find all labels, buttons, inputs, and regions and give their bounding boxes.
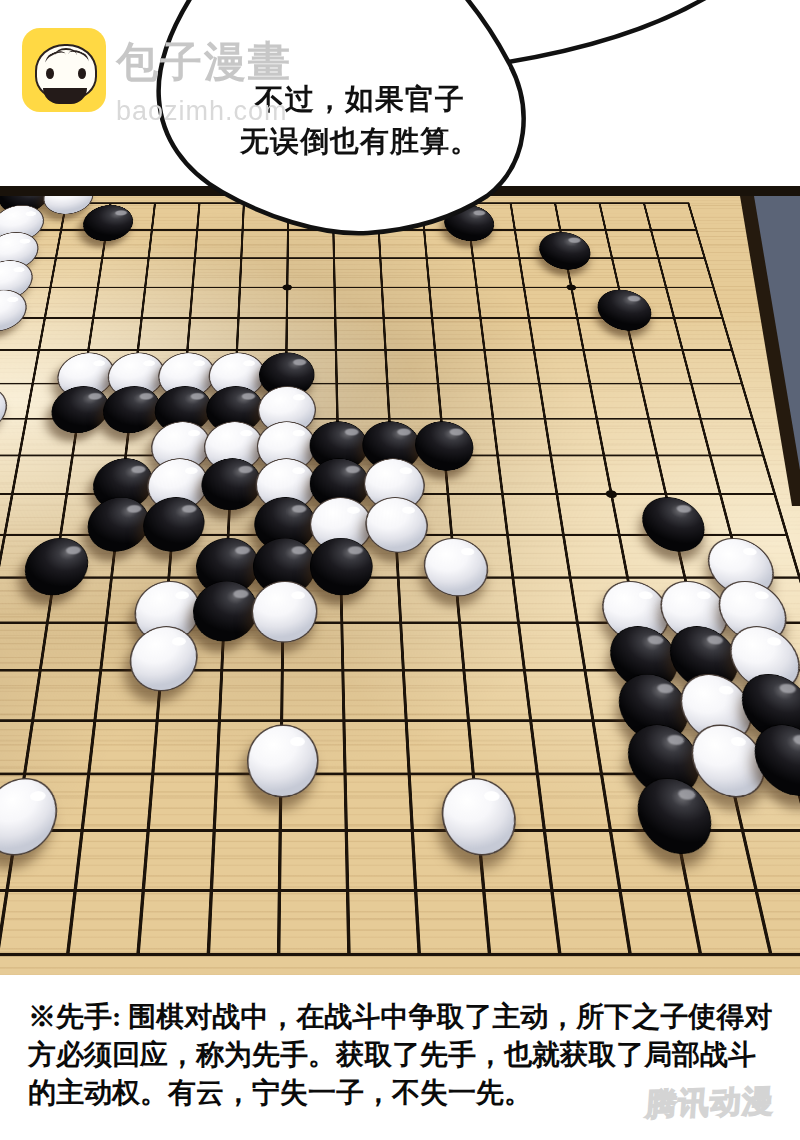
comic-page: { "game": "go", "header": { "logo": { "t… [0, 0, 800, 1140]
baozi-logo-icon[interactable] [22, 28, 106, 112]
board-far-edge [0, 186, 800, 196]
logo-subtitle: baozimh.com [116, 96, 292, 127]
bun-mouth [43, 88, 87, 104]
star-point [282, 284, 292, 290]
site-logo[interactable]: 包子漫畫 baozimh.com [22, 28, 292, 127]
go-board [0, 190, 800, 975]
go-board-area [0, 190, 800, 975]
star-point [605, 490, 617, 498]
star-point [566, 284, 577, 290]
tencent-comics-watermark: 腾讯动漫 [644, 1080, 775, 1126]
bun-pleat-icon [65, 47, 91, 68]
white-stone [246, 725, 319, 798]
speech-bubble-right-outline [508, 0, 712, 62]
logo-title: 包子漫畫 [116, 34, 292, 90]
white-stone [251, 581, 318, 643]
bun-face [35, 44, 97, 100]
